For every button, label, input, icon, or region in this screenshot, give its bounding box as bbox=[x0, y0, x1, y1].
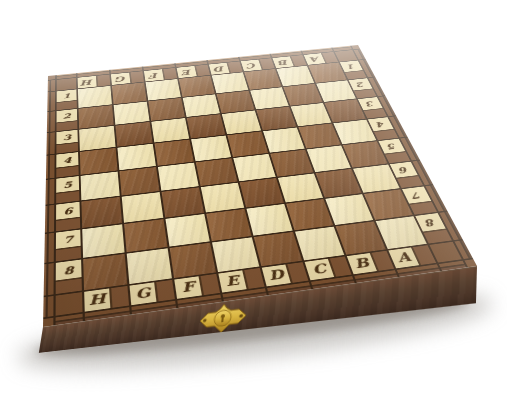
square-h2[interactable] bbox=[79, 105, 114, 128]
square-f1[interactable] bbox=[146, 79, 181, 100]
coordinate-label-text: D bbox=[267, 268, 285, 282]
board-rim bbox=[45, 179, 54, 205]
square-h6[interactable] bbox=[81, 197, 122, 228]
board-rim bbox=[465, 259, 477, 267]
board-rim bbox=[44, 263, 54, 296]
coordinate-label-text: 6 bbox=[63, 206, 72, 216]
coordinate-label-text: 1 bbox=[63, 92, 71, 99]
square-f3[interactable] bbox=[151, 118, 189, 142]
square-g5[interactable] bbox=[119, 167, 159, 195]
square-e6[interactable] bbox=[201, 183, 244, 213]
coordinate-label-text: B bbox=[353, 257, 371, 271]
board-rim bbox=[45, 205, 54, 233]
rank-label-left-3: 3 bbox=[56, 130, 78, 154]
square-c2[interactable] bbox=[250, 87, 288, 109]
square-c4[interactable] bbox=[263, 127, 305, 152]
square-e4[interactable] bbox=[191, 136, 231, 162]
square-f8[interactable] bbox=[170, 243, 216, 278]
square-g1[interactable] bbox=[112, 82, 147, 104]
square-g3[interactable] bbox=[115, 122, 152, 147]
square-e7[interactable] bbox=[206, 209, 251, 241]
rank-label-left-8: 8 bbox=[56, 260, 82, 294]
square-h4[interactable] bbox=[80, 148, 118, 175]
square-d8[interactable] bbox=[254, 232, 302, 266]
chess-box-scene: HGFEDCBA1122334455667788HGFEDCBA bbox=[0, 0, 507, 396]
square-g7[interactable] bbox=[124, 219, 167, 252]
square-e2[interactable] bbox=[183, 94, 220, 117]
coordinate-label-text: B bbox=[277, 59, 289, 66]
square-d7[interactable] bbox=[246, 204, 292, 236]
board-rim bbox=[48, 80, 55, 91]
square-f6[interactable] bbox=[162, 187, 204, 217]
coordinate-label-text: D bbox=[213, 65, 225, 72]
square-f4[interactable] bbox=[155, 140, 194, 166]
square-g4[interactable] bbox=[117, 144, 155, 170]
coordinate-label-text: 5 bbox=[386, 142, 397, 150]
coordinate-label-text: 4 bbox=[63, 156, 71, 164]
brass-clasp-icon bbox=[195, 300, 252, 336]
square-h7[interactable] bbox=[82, 224, 124, 258]
board-rim bbox=[47, 92, 55, 112]
board-rim bbox=[46, 132, 54, 154]
square-d3[interactable] bbox=[222, 110, 261, 134]
board-rim bbox=[47, 111, 55, 132]
square-f2[interactable] bbox=[148, 98, 185, 121]
coordinate-label-text: 6 bbox=[398, 165, 410, 174]
square-f7[interactable] bbox=[165, 214, 209, 247]
coordinate-label-text: F bbox=[149, 72, 158, 79]
square-d2[interactable] bbox=[217, 91, 255, 113]
coordinate-label-text: 3 bbox=[63, 133, 71, 141]
square-h3[interactable] bbox=[79, 126, 115, 151]
rank-label-left-6: 6 bbox=[56, 202, 80, 231]
coordinate-label-text: C bbox=[311, 262, 328, 276]
coordinate-label-text: 8 bbox=[424, 217, 437, 227]
square-e8[interactable] bbox=[212, 237, 259, 272]
square-g6[interactable] bbox=[122, 192, 164, 223]
board-rim bbox=[46, 155, 55, 179]
rank-label-left-7: 7 bbox=[56, 230, 81, 262]
coordinate-label-text: E bbox=[225, 274, 241, 288]
coordinate-label-text: H bbox=[89, 292, 106, 307]
rank-label-left-5: 5 bbox=[56, 176, 79, 203]
coordinate-label-text: E bbox=[182, 68, 192, 75]
rank-label-left-4: 4 bbox=[56, 152, 78, 177]
square-b1[interactable] bbox=[277, 66, 315, 86]
coordinate-label-text: F bbox=[181, 280, 195, 294]
square-h1[interactable] bbox=[78, 86, 112, 108]
square-d4[interactable] bbox=[227, 131, 268, 156]
square-h5[interactable] bbox=[81, 172, 120, 201]
rank-label-left-1: 1 bbox=[57, 89, 77, 110]
square-d6[interactable] bbox=[240, 178, 284, 207]
square-f5[interactable] bbox=[158, 163, 199, 191]
coordinate-label-text: H bbox=[81, 78, 93, 86]
square-d5[interactable] bbox=[233, 154, 275, 181]
square-c5[interactable] bbox=[270, 150, 313, 177]
square-e1[interactable] bbox=[179, 76, 215, 97]
square-c6[interactable] bbox=[278, 173, 323, 202]
square-e3[interactable] bbox=[187, 114, 226, 138]
square-d1[interactable] bbox=[212, 72, 249, 93]
border-corner-block bbox=[56, 292, 83, 316]
board-rim bbox=[43, 318, 53, 327]
coordinate-label-text: 5 bbox=[63, 180, 72, 189]
board-rim bbox=[44, 233, 54, 263]
rank-label-left-2: 2 bbox=[57, 109, 78, 131]
square-e5[interactable] bbox=[196, 158, 238, 186]
square-g2[interactable] bbox=[114, 102, 150, 125]
coordinate-label-text: G bbox=[135, 286, 151, 301]
square-h8[interactable] bbox=[83, 254, 127, 290]
coordinate-label-text: 7 bbox=[64, 234, 73, 244]
square-g8[interactable] bbox=[127, 248, 172, 284]
square-c1[interactable] bbox=[244, 69, 281, 90]
coordinate-label-text: 3 bbox=[365, 100, 375, 107]
coordinate-label-text: A bbox=[309, 55, 320, 62]
coordinate-label-text: 7 bbox=[410, 190, 422, 199]
coordinate-label-text: C bbox=[246, 62, 257, 69]
board-rim bbox=[43, 296, 53, 317]
coordinate-label-text: 4 bbox=[375, 120, 386, 127]
coordinate-label-text: 2 bbox=[356, 81, 366, 88]
square-b2[interactable] bbox=[283, 84, 322, 106]
coordinate-label-text: 8 bbox=[64, 264, 74, 275]
coordinate-label-text: 1 bbox=[347, 63, 357, 69]
square-c3[interactable] bbox=[256, 107, 296, 131]
coordinate-label-text: 2 bbox=[63, 112, 71, 119]
coordinate-label-text: A bbox=[395, 251, 413, 265]
coordinate-label-text: G bbox=[115, 75, 126, 83]
